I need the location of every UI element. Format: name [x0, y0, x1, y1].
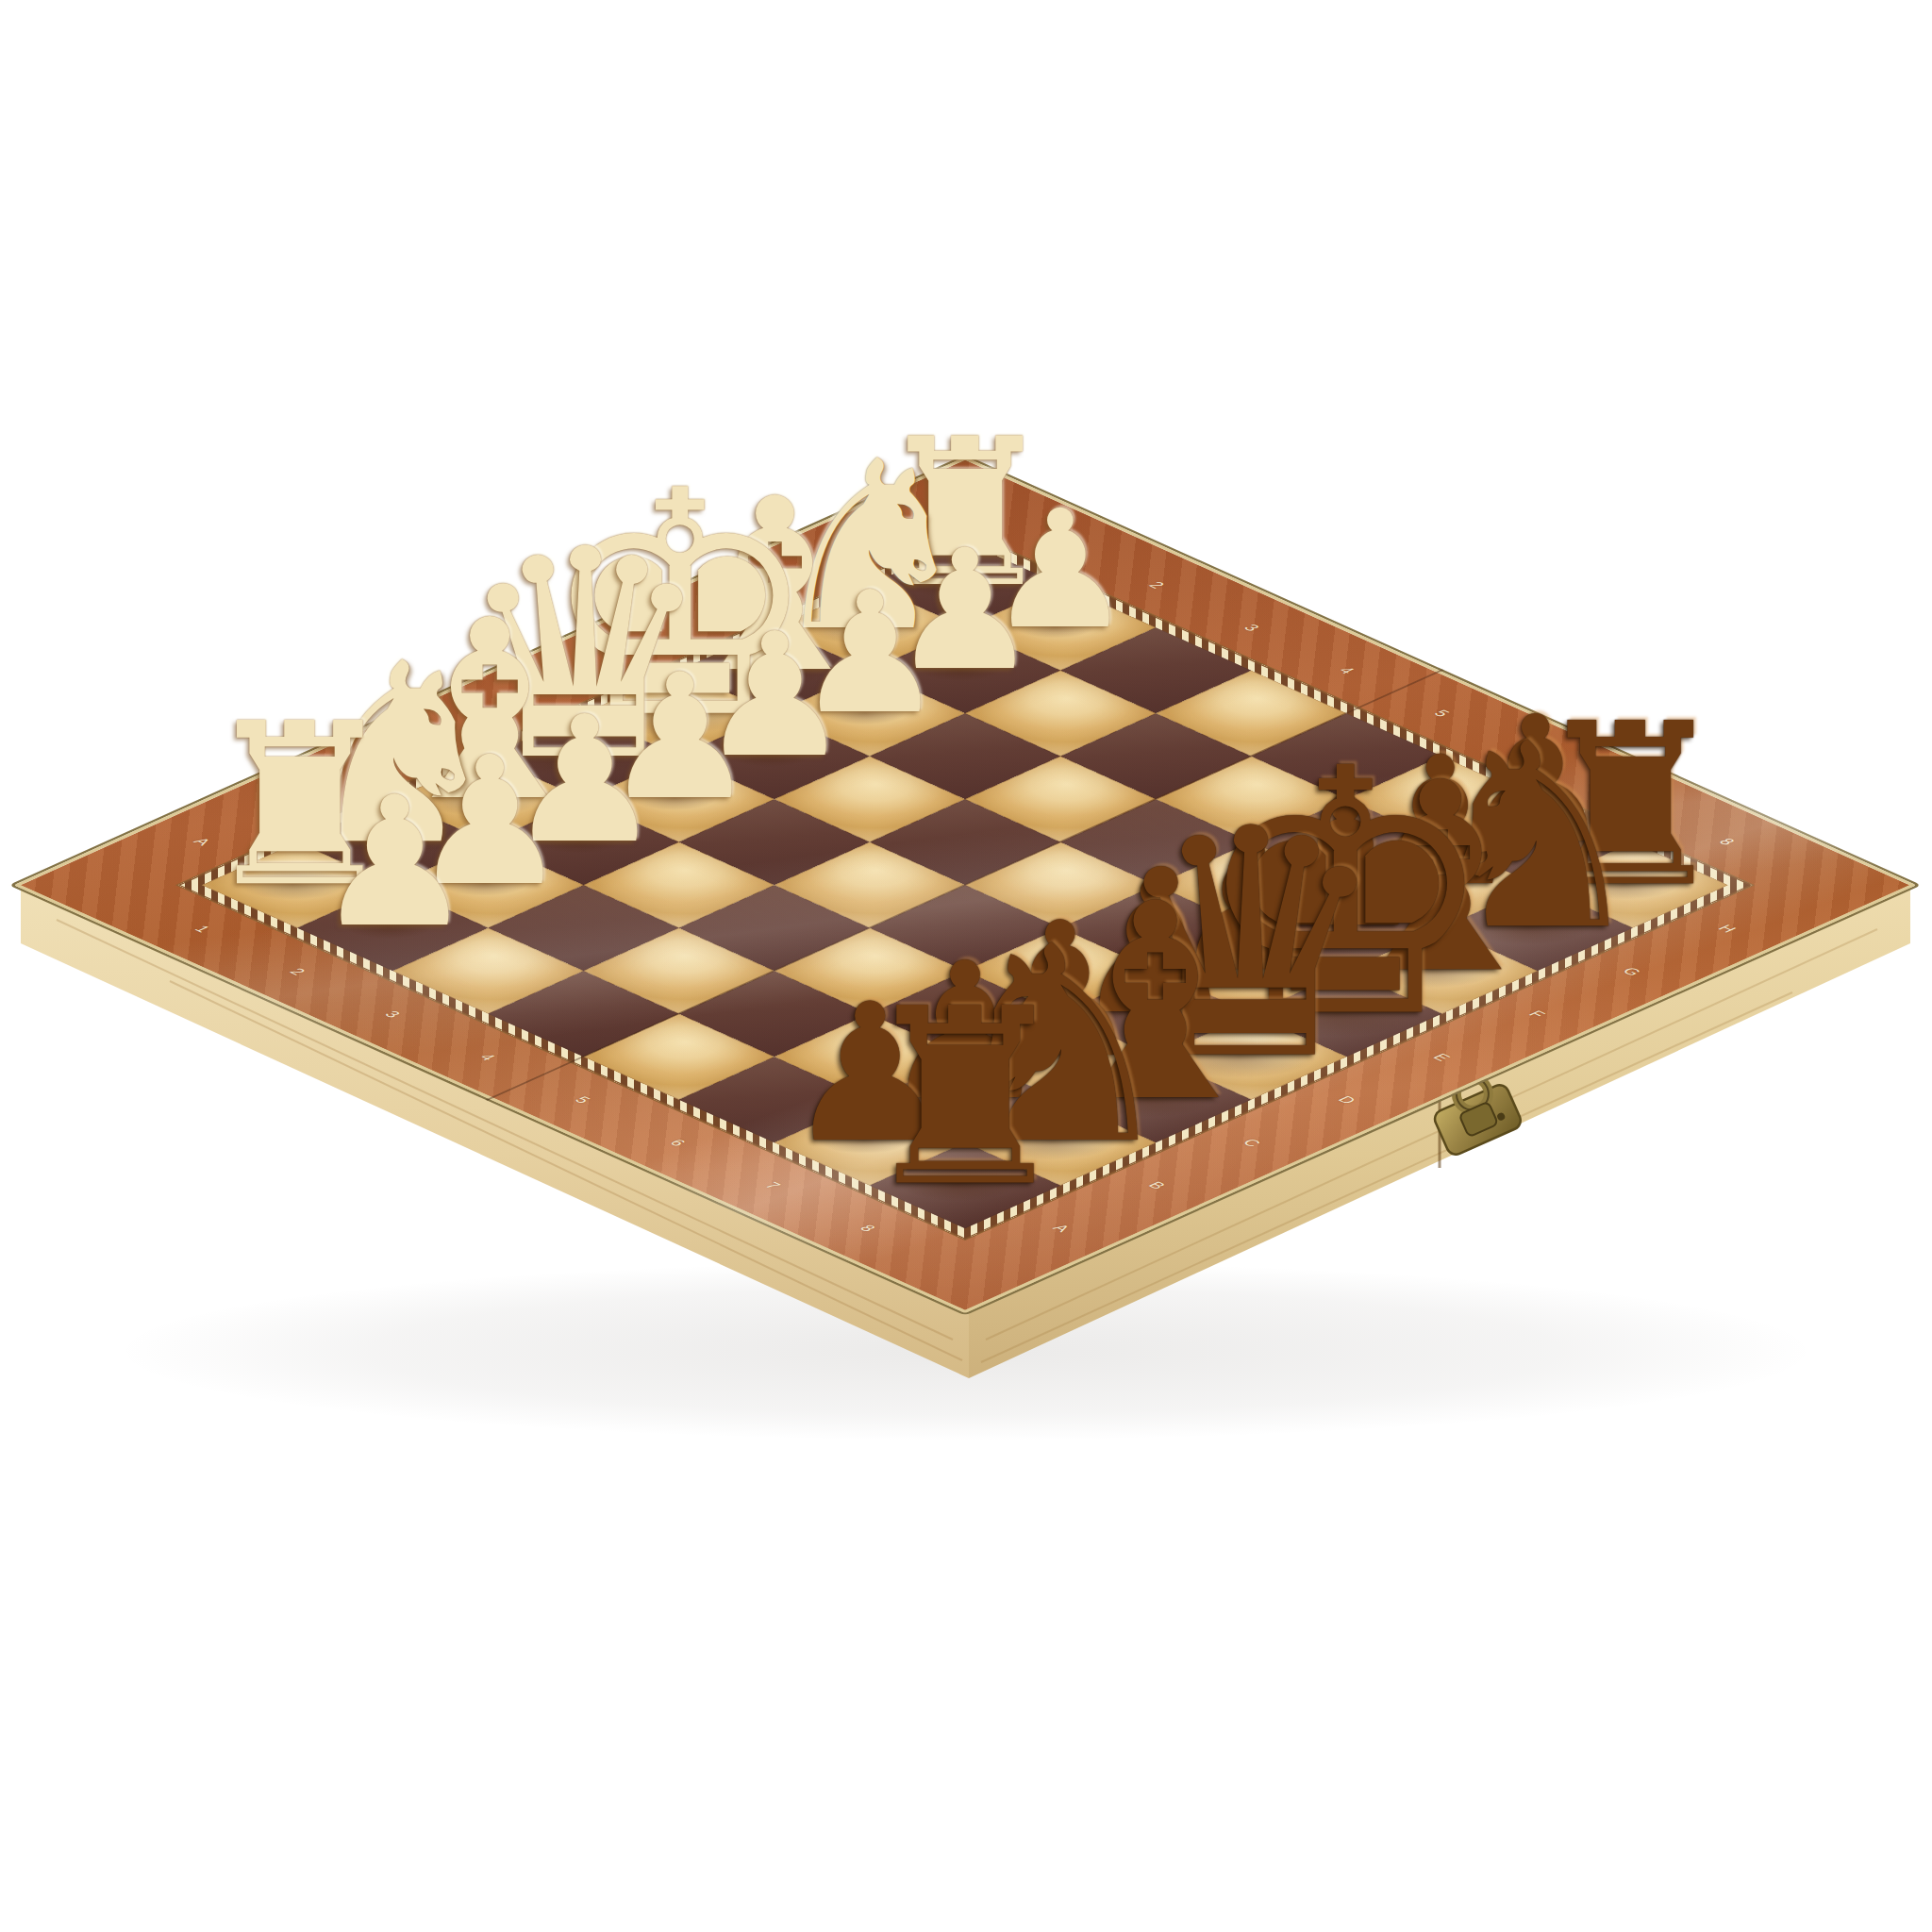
pieces-layer: ♜♞♝♛♚♝♞♜♟♟♟♟♟♟♟♟♟♟♟♟♟♟♟♟♜♞♝♛♚♝♞♜ — [0, 0, 1932, 1932]
pawn-glyph: ♟ — [314, 774, 475, 954]
rook-glyph: ♜ — [856, 977, 1074, 1221]
product-photo: 11HH22GG33FF44EE55DD66CC77BB88AA ♜♞♝♛♚♝♞… — [0, 0, 1932, 1932]
